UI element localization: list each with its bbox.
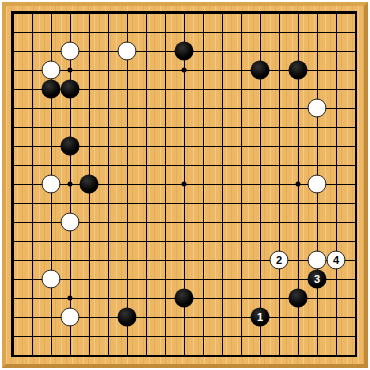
stone-white-D17 (61, 42, 80, 61)
stone-white-D8 (61, 213, 80, 232)
stone-black-R5: 3 (308, 270, 327, 289)
stone-white-R10 (308, 175, 327, 194)
stone-black-O16 (251, 61, 270, 80)
move-number-label: 3 (314, 274, 320, 285)
stone-white-S6: 4 (327, 251, 346, 270)
stone-white-C16 (42, 61, 61, 80)
stone-black-K17 (175, 42, 194, 61)
stone-white-C10 (42, 175, 61, 194)
stone-black-D15 (61, 80, 80, 99)
move-number-label: 4 (333, 255, 339, 266)
stone-white-R14 (308, 99, 327, 118)
stone-white-P6: 2 (270, 251, 289, 270)
stone-white-D3 (61, 308, 80, 327)
move-number-label: 1 (257, 312, 263, 323)
stone-white-C5 (42, 270, 61, 289)
stone-black-E10 (80, 175, 99, 194)
go-board: 2413 (0, 0, 370, 370)
stone-black-Q4 (289, 289, 308, 308)
move-number-label: 2 (276, 255, 282, 266)
stone-black-K4 (175, 289, 194, 308)
stone-black-G3 (118, 308, 137, 327)
stone-black-C15 (42, 80, 61, 99)
stone-black-Q16 (289, 61, 308, 80)
stone-black-O3: 1 (251, 308, 270, 327)
stone-white-G17 (118, 42, 137, 61)
stones-layer: 2413 (0, 0, 370, 370)
stone-black-D12 (61, 137, 80, 156)
stone-white-R6 (308, 251, 327, 270)
